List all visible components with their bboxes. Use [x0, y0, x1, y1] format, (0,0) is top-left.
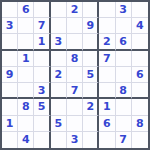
- cell-r9c7-empty[interactable]: [99, 132, 115, 148]
- cell-r8c9-given: 8: [132, 116, 148, 132]
- cell-r2c2-empty[interactable]: [18, 18, 34, 34]
- cell-r3c6-empty[interactable]: [83, 34, 99, 50]
- cell-r7c6-given: 2: [83, 99, 99, 115]
- cell-r7c9-empty[interactable]: [132, 99, 148, 115]
- cell-r9c6-empty[interactable]: [83, 132, 99, 148]
- cell-r3c9-empty[interactable]: [132, 34, 148, 50]
- cell-r2c8-empty[interactable]: [116, 18, 132, 34]
- cell-r3c1-empty[interactable]: [2, 34, 18, 50]
- cell-r9c9-empty[interactable]: [132, 132, 148, 148]
- cell-r1c3-empty[interactable]: [34, 2, 50, 18]
- cell-r7c4-empty[interactable]: [51, 99, 67, 115]
- cell-r6c6-empty[interactable]: [83, 83, 99, 99]
- cell-r1c8-given: 3: [116, 2, 132, 18]
- cell-r4c2-given: 1: [18, 51, 34, 67]
- cell-r6c5-given: 7: [67, 83, 83, 99]
- cell-r7c3-given: 5: [34, 99, 50, 115]
- cell-r8c8-empty[interactable]: [116, 116, 132, 132]
- cell-r4c8-empty[interactable]: [116, 51, 132, 67]
- cell-r1c6-empty[interactable]: [83, 2, 99, 18]
- cell-r8c2-empty[interactable]: [18, 116, 34, 132]
- cell-r7c1-empty[interactable]: [2, 99, 18, 115]
- cell-r3c5-empty[interactable]: [67, 34, 83, 50]
- cell-r5c6-given: 5: [83, 67, 99, 83]
- cell-r6c2-empty[interactable]: [18, 83, 34, 99]
- cell-r8c1-given: 1: [2, 116, 18, 132]
- cell-r2c3-given: 7: [34, 18, 50, 34]
- cell-r5c7-empty[interactable]: [99, 67, 115, 83]
- cell-r1c5-given: 2: [67, 2, 83, 18]
- cell-r1c1-empty[interactable]: [2, 2, 18, 18]
- cell-r2c1-given: 3: [2, 18, 18, 34]
- cell-r8c7-given: 6: [99, 116, 115, 132]
- cell-r9c8-given: 7: [116, 132, 132, 148]
- cell-r3c8-given: 6: [116, 34, 132, 50]
- cell-r3c3-given: 1: [34, 34, 50, 50]
- cell-r4c1-empty[interactable]: [2, 51, 18, 67]
- cell-r7c7-given: 1: [99, 99, 115, 115]
- cell-r6c7-empty[interactable]: [99, 83, 115, 99]
- cell-r5c4-given: 2: [51, 67, 67, 83]
- cell-r1c7-empty[interactable]: [99, 2, 115, 18]
- cell-r4c7-given: 7: [99, 51, 115, 67]
- cell-r9c5-given: 3: [67, 132, 83, 148]
- cell-r6c9-empty[interactable]: [132, 83, 148, 99]
- sudoku-board: 62337941326187925637885211568437: [0, 0, 150, 150]
- cell-r9c2-given: 4: [18, 132, 34, 148]
- cell-r5c1-given: 9: [2, 67, 18, 83]
- cell-r1c4-empty[interactable]: [51, 2, 67, 18]
- cell-r5c9-given: 6: [132, 67, 148, 83]
- cell-r8c6-empty[interactable]: [83, 116, 99, 132]
- cell-r2c5-empty[interactable]: [67, 18, 83, 34]
- cell-r7c2-given: 8: [18, 99, 34, 115]
- cell-r8c4-given: 5: [51, 116, 67, 132]
- cell-r3c4-given: 3: [51, 34, 67, 50]
- cell-r6c3-given: 3: [34, 83, 50, 99]
- cell-r4c3-empty[interactable]: [34, 51, 50, 67]
- cell-r5c2-empty[interactable]: [18, 67, 34, 83]
- cell-r6c4-empty[interactable]: [51, 83, 67, 99]
- cell-r2c9-given: 4: [132, 18, 148, 34]
- cell-r9c3-empty[interactable]: [34, 132, 50, 148]
- cell-r4c4-empty[interactable]: [51, 51, 67, 67]
- cell-r6c1-empty[interactable]: [2, 83, 18, 99]
- cell-r4c5-given: 8: [67, 51, 83, 67]
- cell-r5c5-empty[interactable]: [67, 67, 83, 83]
- cell-r6c8-given: 8: [116, 83, 132, 99]
- cell-r1c9-empty[interactable]: [132, 2, 148, 18]
- cell-r1c2-given: 6: [18, 2, 34, 18]
- cell-r2c6-given: 9: [83, 18, 99, 34]
- cell-r8c5-empty[interactable]: [67, 116, 83, 132]
- cell-r5c8-empty[interactable]: [116, 67, 132, 83]
- cell-r5c3-empty[interactable]: [34, 67, 50, 83]
- cell-r4c9-empty[interactable]: [132, 51, 148, 67]
- cell-r7c8-empty[interactable]: [116, 99, 132, 115]
- cell-r3c7-given: 2: [99, 34, 115, 50]
- cell-r2c4-empty[interactable]: [51, 18, 67, 34]
- cell-r8c3-empty[interactable]: [34, 116, 50, 132]
- cell-r9c4-empty[interactable]: [51, 132, 67, 148]
- cell-r7c5-empty[interactable]: [67, 99, 83, 115]
- cell-r3c2-empty[interactable]: [18, 34, 34, 50]
- cell-r9c1-empty[interactable]: [2, 132, 18, 148]
- cell-r2c7-empty[interactable]: [99, 18, 115, 34]
- cell-r4c6-empty[interactable]: [83, 51, 99, 67]
